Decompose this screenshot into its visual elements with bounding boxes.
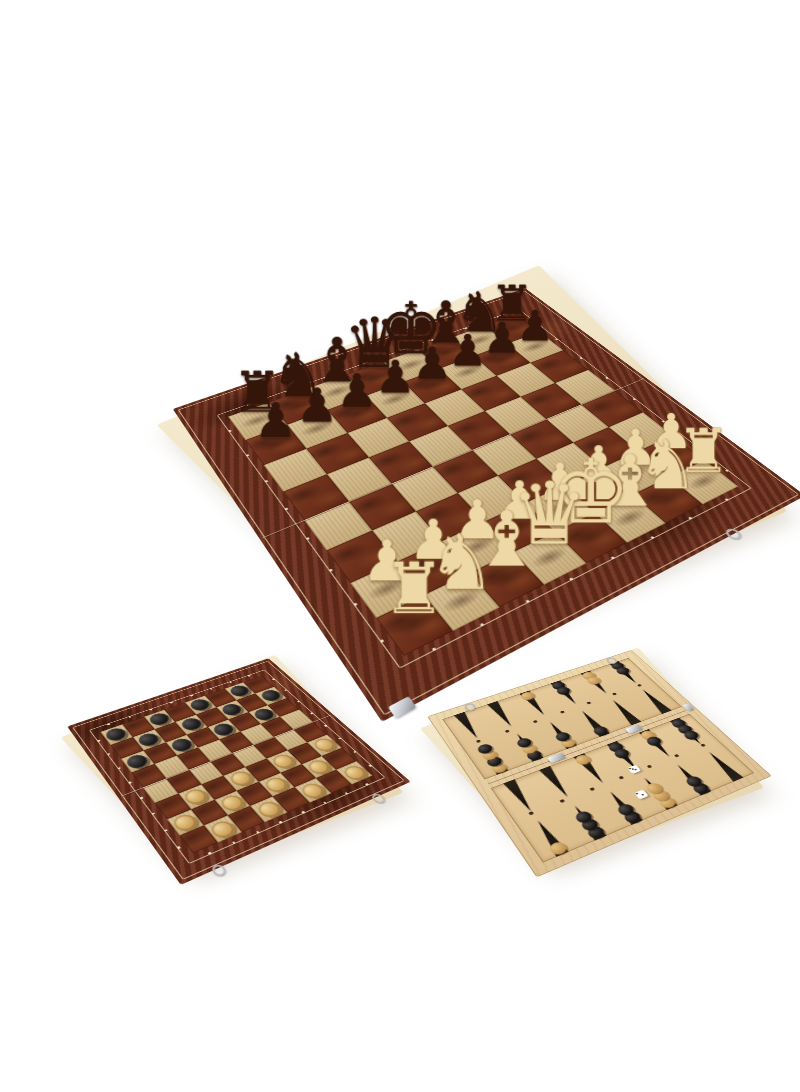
checkers-square-f2 [280, 764, 316, 787]
checkers-frame-inlay-dot [353, 751, 357, 753]
backgammon-board-scene [466, 619, 718, 871]
die-2 [634, 789, 649, 799]
checkers-frame-inlay-dot [297, 701, 300, 703]
checker-wood [170, 812, 200, 833]
bg-checker-wood [651, 788, 671, 802]
bg-checker-black [622, 810, 643, 825]
checkers-square-e3 [245, 758, 280, 781]
checkers-square-b2 [191, 800, 228, 826]
chess-frame-inlay-dot [284, 507, 288, 510]
checkers-frame-inlay-dot [210, 688, 213, 690]
checker-wood [270, 752, 298, 770]
chess-frame-inlay-dot [245, 454, 249, 457]
bg-peg-hole [528, 811, 534, 815]
bg-checker-wood [657, 796, 677, 810]
chess-frame-inlay-dot [724, 498, 729, 501]
bg-checker-black [485, 755, 503, 767]
checkers-square-c2 [214, 790, 250, 815]
checkers-square-a6 [121, 750, 155, 772]
checkers-frame-inlay-dot [164, 829, 168, 832]
bg-checker-wood [644, 782, 664, 795]
checkers-frame-inlay-dot [344, 792, 348, 794]
checkers-square-d4 [211, 753, 245, 776]
chess-frame-inlay-dot [379, 639, 384, 643]
bg-peg-hole [618, 776, 624, 780]
chess-frame-inlay-dot [431, 647, 436, 651]
checkers-square-g2 [301, 756, 336, 779]
chess-frame-inlay-dot [353, 602, 358, 606]
chess-frame-inlay-dot [688, 517, 693, 520]
checkers-frame-inlay-dot [368, 765, 372, 767]
checker-wood [262, 775, 291, 794]
checkers-square-c1 [227, 806, 264, 832]
bg-checker-black [684, 775, 704, 788]
bg-point-far-bottom [475, 743, 510, 776]
checkers-frame-inlay-dot [208, 852, 212, 855]
checkers-frame-inlay-dot [149, 709, 152, 711]
checkers-frame-inlay-dot [229, 681, 232, 683]
die-pip [635, 793, 638, 795]
bg-checker-wood [548, 841, 569, 857]
bg-checker-black [612, 747, 631, 759]
checkers-frame-inlay-dot [310, 713, 313, 715]
rook-glyph: ♜ [363, 553, 465, 624]
chess-frame-inlay-dot [650, 536, 655, 539]
bg-peg-hole [559, 799, 565, 803]
checkers-square-d2 [237, 781, 273, 806]
checkers-square-b3 [178, 784, 214, 809]
checkers-frame-inlay-dot [177, 846, 181, 849]
checker-wood [207, 818, 237, 840]
checkers-frame-inlay-dot [365, 783, 369, 785]
chess-frame-inlay-dot [328, 568, 333, 572]
checkers-square-f1 [295, 778, 332, 802]
bg-point-near-top [605, 740, 644, 772]
chess-frame-inlay-dot [264, 480, 268, 483]
die-pip [631, 768, 634, 770]
checker-wood [181, 787, 210, 807]
chess-square-b5 [327, 457, 392, 501]
checkers-frame-inlay-dot [248, 675, 251, 677]
checkers-square-c4 [189, 761, 224, 784]
checkers-square-b5 [154, 756, 188, 779]
checker-wood [304, 758, 333, 776]
chess-frame-inlay-dot [605, 377, 609, 379]
checkers-square-e2 [259, 773, 295, 797]
bg-point-near-bottom [530, 817, 571, 858]
bg-point-near-bottom [637, 775, 679, 811]
bg-peg-hole [589, 787, 595, 791]
checkers-frame-inlay-dot [338, 738, 341, 740]
bg-point-near-top [501, 778, 539, 814]
checkers-frame-inlay-dot [256, 831, 260, 834]
checkers-frame-inlay-dot [323, 801, 327, 804]
checkers-frame-inlay-dot [324, 725, 327, 727]
chess-square-a5 [283, 474, 349, 520]
checker-wood [340, 763, 369, 782]
bg-hinge-plate [547, 753, 566, 764]
checkers-frame-inlay-dot [272, 678, 275, 680]
bg-point-near-top [537, 765, 575, 800]
bg-checker-black [616, 803, 636, 817]
checker-wood [298, 781, 328, 801]
checkers-frame-inlay-dot [128, 782, 131, 784]
chess-frame-inlay-dot [632, 398, 636, 400]
checkers-square-c3 [201, 776, 237, 800]
checkers-square-d3 [223, 767, 258, 791]
chess-frame-inlay-dot [568, 578, 573, 582]
checkers-square-a3 [155, 794, 191, 819]
bg-point-near-bottom [603, 788, 645, 825]
checker-wood [254, 799, 284, 820]
chess-frame-inlay-dot [305, 537, 309, 540]
checkers-frame-inlay-dot [170, 701, 173, 703]
checker-wood [227, 769, 256, 788]
bg-peg-hole [647, 765, 653, 769]
die-1 [627, 765, 641, 774]
checkers-square-f3 [266, 750, 301, 772]
chess-frame-inlay-dot [610, 556, 615, 559]
bg-point-near-bottom [567, 803, 608, 842]
die-pip [634, 769, 637, 771]
chess-frame-inlay-dot [525, 600, 530, 604]
bg-point-near-bottom [702, 749, 745, 782]
checkers-frame-inlay-dot [117, 767, 120, 769]
bg-checker-wood [490, 762, 509, 775]
chess-frame-inlay-dot [228, 429, 232, 432]
checkers-frame-inlay-dot [97, 740, 100, 742]
checkers-frame-inlay-dot [128, 716, 131, 718]
checker-black [124, 752, 151, 770]
bg-checker-wood [481, 749, 499, 761]
checkers-square-a2 [167, 809, 204, 836]
checkers-frame-inlay-dot [232, 841, 236, 844]
checkers-frame-inlay-dot [279, 821, 283, 824]
checkers-square-a4 [143, 779, 178, 803]
checkers-square-d1 [250, 797, 287, 823]
checkers-square-a5 [132, 764, 166, 787]
checkers-board-scene [107, 628, 357, 878]
chess-latch-clasp [388, 696, 417, 718]
checkers-square-e1 [273, 787, 310, 812]
checkers-frame-inlay-dot [190, 695, 193, 697]
checkers-frame-inlay-dot [284, 689, 287, 691]
checkers-frame-inlay-dot [301, 811, 305, 814]
bg-checker-black [525, 749, 543, 761]
bg-checker-black [580, 817, 601, 832]
checkers-square-b4 [166, 770, 201, 794]
bg-checker-black [574, 810, 594, 825]
bg-peg-hole [674, 754, 680, 758]
checker-wood [217, 793, 246, 813]
checkers-frame-inlay-dot [107, 753, 110, 755]
checkers-square-b1 [204, 816, 242, 843]
product-photo: ♜♞♝♛♚♝♞♜♟♟♟♟♟♟♟♟♟♟♟♟♟♟♟♟♜♞♝♛♚♝♞♜ [0, 0, 800, 1092]
bg-point-near-bottom [670, 762, 713, 797]
checkers-square-h1 [336, 761, 372, 784]
checkers-frame-inlay-dot [151, 813, 155, 816]
die-pip [641, 794, 644, 796]
chess-latch-hook [723, 527, 744, 541]
chess-frame-inlay-dot [579, 357, 583, 359]
bg-point-near-top [572, 753, 611, 787]
bg-checker-wood [573, 754, 592, 766]
checkers-frame-inlay-dot [139, 797, 143, 800]
bg-checker-black [586, 825, 607, 840]
checkers-square-g1 [316, 770, 352, 794]
chess-board-scene: ♜♞♝♛♚♝♞♜♟♟♟♟♟♟♟♟♟♟♟♟♟♟♟♟♜♞♝♛♚♝♞♜ [244, 222, 700, 678]
checkers-square-a1 [180, 826, 218, 854]
bg-peg-hole [700, 744, 706, 748]
die-pip [628, 768, 631, 770]
checkers-frame-inlay-dot [107, 723, 110, 725]
bg-checker-black [691, 782, 711, 795]
